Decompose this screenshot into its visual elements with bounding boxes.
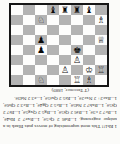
square-c2: [35, 65, 47, 75]
black-pawn-c5: ♟: [35, 35, 47, 45]
square-b4: [23, 45, 35, 55]
square-f4: ♚: [71, 45, 83, 55]
square-a1: [11, 75, 23, 85]
square-d3: [47, 55, 59, 65]
white-knight-c7: ♘: [35, 15, 47, 25]
black-bishop-g8: ♝: [83, 5, 95, 15]
chess-board: ♝♜♜♝♘♗♟♕♟♚♙♙♔♖♘♖♗: [9, 3, 109, 87]
square-d1: [47, 75, 59, 85]
white-pawn-e2: ♙: [59, 65, 71, 75]
white-bishop-g1: ♗: [83, 75, 95, 85]
square-e5: [59, 35, 71, 45]
square-f1: ♖: [71, 75, 83, 85]
black-pawn-c4: ♟: [35, 45, 47, 55]
square-d4: [47, 45, 59, 55]
square-d7: [47, 15, 59, 25]
white-rook-h2: ♖: [95, 65, 107, 75]
square-e4: [59, 45, 71, 55]
square-a3: [11, 55, 23, 65]
black-king-f4: ♚: [71, 45, 83, 55]
square-g4: [83, 45, 95, 55]
white-rook-f1: ♖: [71, 75, 83, 85]
square-c8: [35, 5, 47, 15]
square-b8: [23, 5, 35, 15]
square-c6: [35, 25, 47, 35]
square-h4: [95, 45, 107, 55]
square-a4: [11, 45, 23, 55]
square-a8: [11, 5, 23, 15]
square-c4: ♟: [35, 45, 47, 55]
square-a6: [11, 25, 23, 35]
solution-text: 1 Rh1!! This most unpromising of moves p…: [3, 94, 117, 129]
square-b5: [23, 35, 35, 45]
square-a5: [11, 35, 23, 45]
square-f2: [71, 65, 83, 75]
square-h7: ♗: [95, 15, 107, 25]
square-b3: [23, 55, 35, 65]
white-queen-h5: ♕: [95, 35, 107, 45]
square-f7: [71, 15, 83, 25]
square-h8: [95, 5, 107, 15]
square-g5: [83, 35, 95, 45]
square-a2: [11, 65, 23, 75]
square-e3: [59, 55, 71, 65]
square-e2: ♙: [59, 65, 71, 75]
square-g2: ♔: [83, 65, 95, 75]
square-e8: ♜: [59, 5, 71, 15]
square-f8: ♜: [71, 5, 83, 15]
square-b6: [23, 25, 35, 35]
square-a7: [11, 15, 23, 25]
square-e1: [59, 75, 71, 85]
white-knight-c1: ♘: [35, 75, 47, 85]
square-c3: [35, 55, 47, 65]
square-c5: ♟: [35, 35, 47, 45]
black-rook-e8: ♜: [59, 5, 71, 15]
square-d8: ♝: [47, 5, 59, 15]
black-bishop-d8: ♝: [47, 5, 59, 15]
square-h3: [95, 55, 107, 65]
square-g7: [83, 15, 95, 25]
square-g6: [83, 25, 95, 35]
square-e7: [59, 15, 71, 25]
square-e6: [59, 25, 71, 35]
square-b7: [23, 15, 35, 25]
square-c1: ♘: [35, 75, 47, 85]
square-h2: ♖: [95, 65, 107, 75]
square-h1: [95, 75, 107, 85]
square-c7: ♘: [35, 15, 47, 25]
square-d5: [47, 35, 59, 45]
square-f3: ♙: [71, 55, 83, 65]
square-d2: [47, 65, 59, 75]
square-f5: [71, 35, 83, 45]
square-g8: ♝: [83, 5, 95, 15]
white-pawn-f3: ♙: [71, 55, 83, 65]
solution-block-upside-down: 1 Rh1!! This most unpromising of moves p…: [3, 87, 117, 129]
square-g1: ♗: [83, 75, 95, 85]
square-d6: [47, 25, 59, 35]
black-rook-f8: ♜: [71, 5, 83, 15]
composer-attribution: (T Taverner, 1889): [3, 87, 117, 94]
square-h5: ♕: [95, 35, 107, 45]
square-b2: [23, 65, 35, 75]
square-g3: [83, 55, 95, 65]
square-h6: [95, 25, 107, 35]
white-bishop-h7: ♗: [95, 15, 107, 25]
square-f6: [71, 25, 83, 35]
square-b1: [23, 75, 35, 85]
white-king-g2: ♔: [83, 65, 95, 75]
